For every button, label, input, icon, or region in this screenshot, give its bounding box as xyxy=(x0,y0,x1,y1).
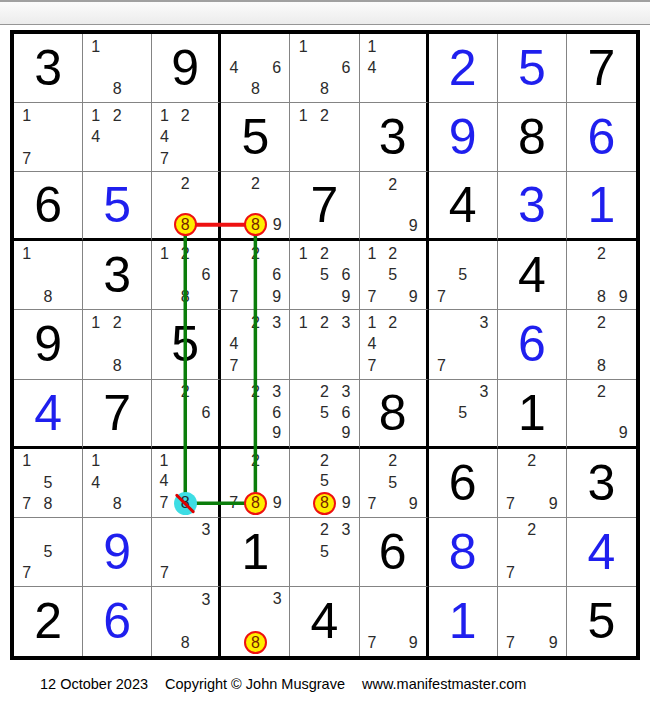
pencil-mark-slot: 2 xyxy=(245,312,266,333)
pencil-mark-slot xyxy=(59,451,80,472)
pencil-marks: 2369 xyxy=(223,382,287,444)
cell-r8c6[interactable]: 6 xyxy=(360,518,429,587)
cell-r6c2[interactable]: 7 xyxy=(83,380,152,449)
pencil-mark-slot xyxy=(403,312,424,333)
pencil-mark-slot: 1 xyxy=(85,312,106,333)
cell-r5c4[interactable]: 2347 xyxy=(221,310,290,379)
pencil-mark-slot xyxy=(452,286,473,307)
pencil-mark-slot xyxy=(431,243,452,264)
pencil-mark-slot xyxy=(197,471,217,492)
cell-r4c6[interactable]: 12579 xyxy=(360,241,429,310)
pencil-mark-slot xyxy=(16,520,37,541)
pencil-mark-slot xyxy=(196,423,217,444)
pencil-mark-slot xyxy=(612,312,634,333)
pencil-mark-slot xyxy=(196,632,217,654)
pencil-mark-slot xyxy=(612,355,634,376)
given-digit: 4 xyxy=(498,241,566,309)
cell-r4c8[interactable]: 4 xyxy=(498,241,567,310)
cell-r7c2[interactable]: 148 xyxy=(83,449,152,518)
pencil-mark-slot xyxy=(292,286,313,307)
pencil-mark-slot: 1 xyxy=(85,451,106,472)
pencil-marks: 235 xyxy=(292,520,356,584)
cell-r8c9[interactable]: 4 xyxy=(567,518,636,587)
cell-r5c5[interactable]: 123 xyxy=(290,310,359,379)
cell-r9c6[interactable]: 79 xyxy=(360,587,429,656)
chain-candidate-circle[interactable]: 8 xyxy=(244,492,267,515)
pencil-mark-slot: 5 xyxy=(382,472,403,493)
pencil-marks: 37 xyxy=(154,520,216,584)
pencil-mark-slot: 2 xyxy=(591,243,613,264)
pencil-mark-slot xyxy=(59,286,80,307)
cell-r9c7[interactable]: 1 xyxy=(429,587,498,656)
pencil-mark-slot xyxy=(292,563,313,584)
pencil-mark-slot xyxy=(37,243,58,264)
pencil-mark-slot: 9 xyxy=(267,213,288,236)
given-digit: 1 xyxy=(221,518,289,586)
given-digit: 6 xyxy=(14,172,82,238)
pencil-mark-slot: 6 xyxy=(266,402,287,423)
cell-r1c1[interactable]: 3 xyxy=(14,34,83,103)
pencil-mark-slot xyxy=(128,36,149,57)
pencil-mark-slot: 9 xyxy=(543,493,564,514)
pencil-mark-slot xyxy=(154,286,175,307)
pencil-mark-slot: 4 xyxy=(223,334,244,355)
cell-r5c2[interactable]: 128 xyxy=(83,310,152,379)
pencil-mark-slot xyxy=(431,423,452,444)
pencil-mark-slot: 9 xyxy=(403,286,424,307)
cell-r7c3[interactable]: 1478 xyxy=(152,449,221,518)
pencil-mark-slot xyxy=(85,79,106,100)
pencil-mark-slot xyxy=(452,312,473,333)
pencil-mark-slot xyxy=(543,520,564,541)
pencil-marks: 79 xyxy=(500,589,564,654)
pencil-mark-slot xyxy=(521,589,542,611)
pencil-mark-slot: 9 xyxy=(266,286,287,307)
pencil-mark-slot: 2 xyxy=(314,105,335,126)
pencil-mark-slot xyxy=(223,610,244,631)
solved-digit: 5 xyxy=(498,34,566,102)
pencil-mark-slot xyxy=(612,265,634,286)
pencil-mark-slot xyxy=(128,355,149,376)
pencil-marks: 17 xyxy=(16,105,80,169)
pencil-mark-slot xyxy=(223,243,244,264)
cell-r2c5[interactable]: 12 xyxy=(290,103,359,172)
pencil-mark-slot xyxy=(314,36,335,57)
pencil-mark-slot xyxy=(473,243,494,264)
pencil-mark-slot: 4 xyxy=(85,126,106,147)
pencil-mark-slot xyxy=(59,520,80,541)
cell-r2c3[interactable]: 1247 xyxy=(152,103,221,172)
cell-r4c2[interactable]: 3 xyxy=(83,241,152,310)
pencil-mark-slot xyxy=(223,174,244,194)
cell-r3c9[interactable]: 1 xyxy=(567,172,636,241)
cell-r9c9[interactable]: 5 xyxy=(567,587,636,656)
pencil-mark-slot xyxy=(244,589,267,610)
cell-r8c8[interactable]: 27 xyxy=(498,518,567,587)
pencil-mark-slot xyxy=(174,194,197,214)
pencil-marks: 12 xyxy=(292,105,356,169)
cell-r4c4[interactable]: 2679 xyxy=(221,241,290,310)
pencil-mark-slot: 8 xyxy=(174,213,197,236)
cell-r9c5[interactable]: 4 xyxy=(290,587,359,656)
solved-digit: 9 xyxy=(83,518,151,586)
pencil-mark-slot xyxy=(128,312,149,333)
pencil-marks: 1268 xyxy=(154,243,216,307)
cell-r5c1[interactable]: 9 xyxy=(14,310,83,379)
cell-r6c8[interactable]: 1 xyxy=(498,380,567,449)
pencil-mark-slot xyxy=(335,36,356,57)
solved-digit: 6 xyxy=(567,103,636,171)
cell-r2c9[interactable]: 6 xyxy=(567,103,636,172)
pencil-mark-slot: 8 xyxy=(591,286,613,307)
pencil-marks: 26 xyxy=(154,382,216,444)
given-digit: 5 xyxy=(221,103,289,171)
pencil-mark-slot xyxy=(196,541,217,562)
pencil-mark-slot xyxy=(175,520,196,541)
pencil-mark-slot xyxy=(223,265,244,286)
pencil-mark-slot xyxy=(59,105,80,126)
pencil-mark-slot: 7 xyxy=(500,632,521,654)
pencil-mark-slot xyxy=(128,493,149,514)
pencil-marks: 2579 xyxy=(362,451,424,515)
cell-r3c1[interactable]: 6 xyxy=(14,172,83,241)
cell-r6c4[interactable]: 2369 xyxy=(221,380,290,449)
solved-digit: 4 xyxy=(14,380,82,446)
pencil-marks: 148 xyxy=(85,451,149,515)
cell-r3c4[interactable]: 289 xyxy=(221,172,290,241)
sudoku-app-window: 3189468168142571712412475123986652828972… xyxy=(0,0,650,720)
pencil-mark-slot xyxy=(154,382,175,403)
pencil-mark-slot: 2 xyxy=(382,451,403,472)
pencil-mark-slot xyxy=(543,451,564,472)
pencil-mark-slot xyxy=(335,563,356,584)
pencil-mark-slot: 6 xyxy=(335,402,356,423)
pencil-mark-slot xyxy=(175,265,196,286)
solved-digit: 3 xyxy=(498,172,566,238)
given-digit: 1 xyxy=(498,380,566,446)
cell-r1c6[interactable]: 14 xyxy=(360,34,429,103)
cell-r1c8[interactable]: 5 xyxy=(498,34,567,103)
pencil-mark-slot xyxy=(473,265,494,286)
given-digit: 3 xyxy=(360,103,426,171)
pencil-mark-slot xyxy=(267,471,288,492)
chain-candidate-circle[interactable]: 8 xyxy=(313,492,336,515)
sudoku-board: 3189468168142571712412475123986652828972… xyxy=(10,30,640,660)
pencil-mark-slot: 1 xyxy=(85,36,106,57)
pencil-mark-slot: 7 xyxy=(500,493,521,514)
pencil-marks: 289 xyxy=(569,243,634,307)
cell-r7c1[interactable]: 1578 xyxy=(14,449,83,518)
pencil-mark-slot xyxy=(362,265,383,286)
pencil-mark-slot xyxy=(223,402,244,423)
cell-r2c2[interactable]: 124 xyxy=(83,103,152,172)
pencil-mark-slot xyxy=(85,148,106,169)
cell-r5c3[interactable]: 5 xyxy=(152,310,221,379)
given-digit: 3 xyxy=(83,241,151,309)
pencil-mark-slot: 2 xyxy=(175,105,196,126)
pencil-mark-slot xyxy=(106,472,127,493)
cell-r5c6[interactable]: 1247 xyxy=(360,310,429,379)
cell-r4c1[interactable]: 18 xyxy=(14,241,83,310)
cell-r7c5[interactable]: 2589 xyxy=(290,449,359,518)
pencil-mark-slot xyxy=(292,541,313,562)
pencil-mark-slot: 2 xyxy=(244,451,267,472)
pencil-mark-slot: 7 xyxy=(223,286,244,307)
pencil-mark-slot: 2 xyxy=(591,312,613,333)
pencil-mark-slot: 7 xyxy=(154,563,175,584)
pencil-mark-slot xyxy=(500,472,521,493)
pencil-mark-slot xyxy=(403,174,424,195)
cell-r9c4[interactable]: 38 xyxy=(221,587,290,656)
pencil-marks: 12579 xyxy=(362,243,424,307)
cell-r5c8[interactable]: 6 xyxy=(498,310,567,379)
pencil-mark-slot xyxy=(314,126,335,147)
pencil-mark-slot xyxy=(292,382,313,403)
pencil-mark-slot xyxy=(128,126,149,147)
pencil-mark-slot: 3 xyxy=(335,312,356,333)
pencil-mark-slot xyxy=(382,611,403,633)
footer: 12 October 2023 Copyright © John Musgrav… xyxy=(0,676,650,692)
pencil-mark-slot: 9 xyxy=(612,286,634,307)
pencil-mark-slot xyxy=(500,541,521,562)
pencil-mark-slot: 7 xyxy=(362,493,383,514)
cell-r2c7[interactable]: 9 xyxy=(429,103,498,172)
cell-r8c1[interactable]: 57 xyxy=(14,518,83,587)
cell-r5c7[interactable]: 37 xyxy=(429,310,498,379)
pencil-mark-slot: 2 xyxy=(175,243,196,264)
cell-r7c8[interactable]: 279 xyxy=(498,449,567,518)
pencil-mark-slot xyxy=(154,194,174,214)
cell-r3c8[interactable]: 3 xyxy=(498,172,567,241)
cell-r1c4[interactable]: 468 xyxy=(221,34,290,103)
cell-r3c7[interactable]: 4 xyxy=(429,172,498,241)
given-digit: 7 xyxy=(567,34,636,102)
cell-r6c7[interactable]: 35 xyxy=(429,380,498,449)
pencil-marks: 2347 xyxy=(223,312,287,376)
pencil-mark-slot xyxy=(85,334,106,355)
pencil-mark-slot: 2 xyxy=(382,312,403,333)
pencil-mark-slot xyxy=(106,451,127,472)
pencil-mark-slot xyxy=(245,402,266,423)
pencil-mark-slot: 1 xyxy=(16,105,37,126)
pencil-mark-slot: 7 xyxy=(431,286,452,307)
pencil-marks: 128 xyxy=(85,312,149,376)
cell-r1c5[interactable]: 168 xyxy=(290,34,359,103)
pencil-mark-slot xyxy=(197,174,217,194)
pencil-mark-slot: 4 xyxy=(223,57,244,78)
cell-r7c9[interactable]: 3 xyxy=(567,449,636,518)
pencil-marks: 29 xyxy=(569,382,634,444)
cell-r9c2[interactable]: 6 xyxy=(83,587,152,656)
pencil-mark-slot xyxy=(612,382,634,403)
pencil-mark-slot xyxy=(128,57,149,78)
pencil-mark-slot: 3 xyxy=(267,589,288,610)
pencil-mark-slot xyxy=(382,355,403,376)
cell-r8c4[interactable]: 1 xyxy=(221,518,290,587)
cell-r2c1[interactable]: 17 xyxy=(14,103,83,172)
pencil-mark-slot xyxy=(267,451,288,472)
pencil-mark-slot: 9 xyxy=(612,423,634,444)
cell-r7c4[interactable]: 2789 xyxy=(221,449,290,518)
pencil-mark-slot: 1 xyxy=(85,105,106,126)
pencil-mark-slot xyxy=(403,79,424,100)
cell-r8c5[interactable]: 235 xyxy=(290,518,359,587)
pencil-mark-slot xyxy=(403,472,424,493)
pencil-mark-slot: 7 xyxy=(16,493,37,514)
pencil-marks: 14 xyxy=(362,36,424,100)
pencil-mark-slot xyxy=(473,355,494,376)
pencil-mark-slot xyxy=(336,451,357,472)
cell-r2c6[interactable]: 3 xyxy=(360,103,429,172)
pencil-mark-slot xyxy=(362,611,383,633)
footer-date: 12 October 2023 xyxy=(40,676,148,692)
cell-r2c8[interactable]: 8 xyxy=(498,103,567,172)
pencil-mark-slot: 1 xyxy=(362,36,383,57)
pencil-mark-slot xyxy=(382,589,403,611)
pencil-mark-slot xyxy=(362,451,383,472)
pencil-mark-slot xyxy=(154,265,175,286)
pencil-mark-slot xyxy=(362,79,383,100)
cell-r9c3[interactable]: 38 xyxy=(152,587,221,656)
pencil-marks: 57 xyxy=(431,243,495,307)
pencil-mark-slot: 5 xyxy=(452,265,473,286)
pencil-mark-slot xyxy=(245,36,266,57)
pencil-mark-slot: 5 xyxy=(314,541,335,562)
pencil-mark-slot: 2 xyxy=(591,382,613,403)
pencil-mark-slot xyxy=(154,402,175,423)
given-digit: 8 xyxy=(360,380,426,446)
cell-r1c3[interactable]: 9 xyxy=(152,34,221,103)
pencil-mark-slot xyxy=(292,355,313,376)
pencil-mark-slot xyxy=(452,243,473,264)
pencil-mark-slot xyxy=(473,286,494,307)
cell-r8c7[interactable]: 8 xyxy=(429,518,498,587)
pencil-mark-slot xyxy=(196,382,217,403)
pencil-mark-slot: 3 xyxy=(266,312,287,333)
cell-r7c6[interactable]: 2579 xyxy=(360,449,429,518)
given-digit: 7 xyxy=(290,172,358,238)
pencil-mark-slot xyxy=(569,312,591,333)
chain-candidate-circle[interactable]: 8 xyxy=(244,213,267,236)
pencil-mark-slot xyxy=(292,471,313,492)
cell-r3c6[interactable]: 29 xyxy=(360,172,429,241)
pencil-mark-slot: 2 xyxy=(382,243,403,264)
pencil-mark-slot: 7 xyxy=(500,563,521,584)
chain-candidate-circle[interactable]: 8 xyxy=(244,631,267,654)
pencil-mark-slot: 8 xyxy=(244,492,267,515)
pencil-mark-slot xyxy=(403,334,424,355)
pencil-mark-slot xyxy=(37,563,58,584)
pencil-mark-slot: 8 xyxy=(591,355,613,376)
cell-r4c3[interactable]: 1268 xyxy=(152,241,221,310)
cell-r8c2[interactable]: 9 xyxy=(83,518,152,587)
pencil-mark-slot xyxy=(196,286,217,307)
pencil-marks: 35 xyxy=(431,382,495,444)
cell-r1c2[interactable]: 18 xyxy=(83,34,152,103)
pencil-mark-slot xyxy=(336,471,357,492)
cell-r3c2[interactable]: 5 xyxy=(83,172,152,241)
pencil-mark-slot: 3 xyxy=(266,382,287,403)
eliminated-candidate-circle[interactable]: 8 xyxy=(174,492,197,515)
pencil-mark-slot: 2 xyxy=(382,174,403,195)
pencil-mark-slot: 4 xyxy=(362,334,383,355)
pencil-mark-slot xyxy=(37,265,58,286)
cell-r6c6[interactable]: 8 xyxy=(360,380,429,449)
pencil-mark-slot xyxy=(382,216,403,237)
pencil-mark-slot: 2 xyxy=(174,174,197,194)
pencil-mark-slot: 5 xyxy=(314,265,335,286)
pencil-mark-slot xyxy=(382,334,403,355)
cell-r3c5[interactable]: 7 xyxy=(290,172,359,241)
pencil-mark-slot: 2 xyxy=(106,105,127,126)
cell-r6c1[interactable]: 4 xyxy=(14,380,83,449)
pencil-mark-slot xyxy=(16,472,37,493)
cell-r6c5[interactable]: 23569 xyxy=(290,380,359,449)
pencil-mark-slot xyxy=(335,148,356,169)
pencil-mark-slot: 7 xyxy=(362,355,383,376)
cell-r7c7[interactable]: 6 xyxy=(429,449,498,518)
pencil-mark-slot xyxy=(403,36,424,57)
cell-r4c9[interactable]: 289 xyxy=(567,241,636,310)
cell-r4c5[interactable]: 12569 xyxy=(290,241,359,310)
pencil-mark-slot xyxy=(128,79,149,100)
pencil-mark-slot xyxy=(382,286,403,307)
given-digit: 9 xyxy=(152,34,218,102)
pencil-mark-slot xyxy=(59,148,80,169)
pencil-marks: 38 xyxy=(223,589,287,654)
pencil-mark-slot xyxy=(543,611,564,633)
cell-r2c4[interactable]: 5 xyxy=(221,103,290,172)
pencil-mark-slot xyxy=(382,493,403,514)
cell-r6c9[interactable]: 29 xyxy=(567,380,636,449)
pencil-mark-slot xyxy=(362,472,383,493)
cell-r4c7[interactable]: 57 xyxy=(429,241,498,310)
pencil-mark-slot xyxy=(431,312,452,333)
pencil-mark-slot: 2 xyxy=(313,451,336,472)
pencil-mark-slot: 9 xyxy=(403,632,424,654)
cell-r1c9[interactable]: 7 xyxy=(567,34,636,103)
chain-candidate-circle[interactable]: 8 xyxy=(174,213,197,236)
pencil-mark-slot xyxy=(245,355,266,376)
pencil-mark-slot: 5 xyxy=(37,472,58,493)
cell-r9c8[interactable]: 79 xyxy=(498,587,567,656)
pencil-mark-slot xyxy=(403,355,424,376)
pencil-mark-slot: 7 xyxy=(16,148,37,169)
cell-r8c3[interactable]: 37 xyxy=(152,518,221,587)
pencil-mark-slot: 8 xyxy=(106,355,127,376)
cell-r3c3[interactable]: 28 xyxy=(152,172,221,241)
pencil-marks: 27 xyxy=(500,520,564,584)
pencil-mark-slot: 8 xyxy=(37,493,58,514)
pencil-mark-slot xyxy=(175,126,196,147)
cell-r1c7[interactable]: 2 xyxy=(429,34,498,103)
pencil-mark-slot xyxy=(314,148,335,169)
pencil-mark-slot: 6 xyxy=(196,402,217,423)
cell-r5c9[interactable]: 28 xyxy=(567,310,636,379)
pencil-mark-slot xyxy=(569,265,591,286)
pencil-mark-slot xyxy=(569,382,591,403)
pencil-mark-slot xyxy=(106,148,127,169)
cell-r9c1[interactable]: 2 xyxy=(14,587,83,656)
pencil-mark-slot xyxy=(569,355,591,376)
cell-r6c3[interactable]: 26 xyxy=(152,380,221,449)
solved-digit: 2 xyxy=(429,34,497,102)
window-top-strip xyxy=(0,0,650,25)
pencil-mark-slot: 7 xyxy=(16,563,37,584)
pencil-mark-slot xyxy=(521,541,542,562)
pencil-mark-slot: 1 xyxy=(154,105,175,126)
pencil-marks: 1478 xyxy=(154,451,216,515)
